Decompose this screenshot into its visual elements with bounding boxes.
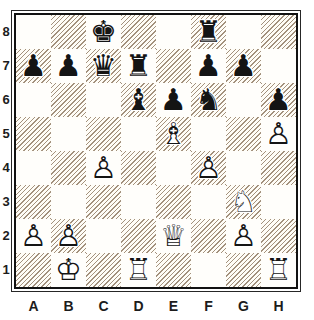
file-labels: ABCDEFGH [16, 296, 296, 316]
square-b3 [51, 185, 86, 219]
file-label-f: F [191, 296, 226, 316]
file-label-d: D [121, 296, 156, 316]
piece-white-bishop: ♝♗ [156, 117, 191, 151]
square-a8 [16, 15, 51, 49]
square-f7: ♟ [191, 49, 226, 83]
square-c5 [86, 117, 121, 151]
piece-black-rook: ♜ [191, 15, 226, 49]
square-g2: ♟♙ [226, 219, 261, 253]
square-g6 [226, 83, 261, 117]
piece-white-pawn: ♟♙ [51, 219, 86, 253]
square-d7: ♜ [121, 49, 156, 83]
square-d3 [121, 185, 156, 219]
square-b5 [51, 117, 86, 151]
piece-black-queen: ♛ [86, 49, 121, 83]
square-e1 [156, 253, 191, 287]
piece-white-rook: ♜♖ [121, 253, 156, 287]
square-b1: ♚♔ [51, 253, 86, 287]
square-d5 [121, 117, 156, 151]
square-e2: ♛♕ [156, 219, 191, 253]
square-e8 [156, 15, 191, 49]
square-a4 [16, 151, 51, 185]
square-d8 [121, 15, 156, 49]
square-b7: ♟ [51, 49, 86, 83]
square-h4 [261, 151, 296, 185]
square-a2: ♟♙ [16, 219, 51, 253]
square-e4 [156, 151, 191, 185]
piece-white-king: ♚♔ [51, 253, 86, 287]
square-b4 [51, 151, 86, 185]
square-c1 [86, 253, 121, 287]
square-h1: ♜♖ [261, 253, 296, 287]
square-b6 [51, 83, 86, 117]
piece-black-pawn: ♟ [226, 49, 261, 83]
square-g7: ♟ [226, 49, 261, 83]
square-d2 [121, 219, 156, 253]
board: ♚♜♟♟♛♜♟♟♝♟♞♟♝♗♟♙♟♙♟♙♞♘♟♙♟♙♛♕♟♙♚♔♜♖♜♖ [14, 13, 298, 289]
square-h7 [261, 49, 296, 83]
board-frame: ♚♜♟♟♛♜♟♟♝♟♞♟♝♗♟♙♟♙♟♙♞♘♟♙♟♙♛♕♟♙♚♔♜♖♜♖ [11, 10, 301, 292]
chess-diagram: 87654321 ♚♜♟♟♛♜♟♟♝♟♞♟♝♗♟♙♟♙♟♙♞♘♟♙♟♙♛♕♟♙♚… [0, 0, 314, 320]
piece-white-pawn: ♟♙ [226, 219, 261, 253]
square-g1 [226, 253, 261, 287]
piece-white-knight: ♞♘ [226, 185, 261, 219]
piece-white-rook: ♜♖ [261, 253, 296, 287]
piece-black-pawn: ♟ [191, 49, 226, 83]
file-label-e: E [156, 296, 191, 316]
square-f3 [191, 185, 226, 219]
piece-black-knight: ♞ [191, 83, 226, 117]
piece-black-rook: ♜ [121, 49, 156, 83]
square-a3 [16, 185, 51, 219]
square-b8 [51, 15, 86, 49]
square-b2: ♟♙ [51, 219, 86, 253]
square-h6: ♟ [261, 83, 296, 117]
square-h2 [261, 219, 296, 253]
square-f2 [191, 219, 226, 253]
square-d4 [121, 151, 156, 185]
square-g8 [226, 15, 261, 49]
file-label-g: G [226, 296, 261, 316]
square-g4 [226, 151, 261, 185]
square-e7 [156, 49, 191, 83]
piece-black-pawn: ♟ [261, 83, 296, 117]
piece-black-pawn: ♟ [51, 49, 86, 83]
square-a5 [16, 117, 51, 151]
square-h3 [261, 185, 296, 219]
piece-white-pawn: ♟♙ [191, 151, 226, 185]
square-d6: ♝ [121, 83, 156, 117]
piece-black-bishop: ♝ [121, 83, 156, 117]
square-f8: ♜ [191, 15, 226, 49]
file-label-c: C [86, 296, 121, 316]
square-f1 [191, 253, 226, 287]
square-a6 [16, 83, 51, 117]
square-g5 [226, 117, 261, 151]
square-c2 [86, 219, 121, 253]
piece-white-queen: ♛♕ [156, 219, 191, 253]
square-g3: ♞♘ [226, 185, 261, 219]
piece-black-pawn: ♟ [16, 49, 51, 83]
square-c8: ♚ [86, 15, 121, 49]
piece-black-pawn: ♟ [156, 83, 191, 117]
square-a1 [16, 253, 51, 287]
piece-white-pawn: ♟♙ [261, 117, 296, 151]
square-h5: ♟♙ [261, 117, 296, 151]
square-e3 [156, 185, 191, 219]
square-e6: ♟ [156, 83, 191, 117]
piece-black-king: ♚ [86, 15, 121, 49]
square-f4: ♟♙ [191, 151, 226, 185]
square-c7: ♛ [86, 49, 121, 83]
square-f5 [191, 117, 226, 151]
piece-white-pawn: ♟♙ [86, 151, 121, 185]
square-h8 [261, 15, 296, 49]
piece-white-pawn: ♟♙ [16, 219, 51, 253]
square-e5: ♝♗ [156, 117, 191, 151]
file-label-h: H [261, 296, 296, 316]
square-c6 [86, 83, 121, 117]
file-label-b: B [51, 296, 86, 316]
square-f6: ♞ [191, 83, 226, 117]
square-c3 [86, 185, 121, 219]
square-c4: ♟♙ [86, 151, 121, 185]
square-d1: ♜♖ [121, 253, 156, 287]
file-label-a: A [16, 296, 51, 316]
square-a7: ♟ [16, 49, 51, 83]
